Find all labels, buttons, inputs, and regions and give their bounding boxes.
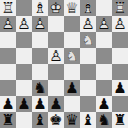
black-piece-glyph: ♟ bbox=[16, 96, 32, 112]
square-e2[interactable] bbox=[48, 16, 64, 32]
piece-black-pawn[interactable]: ♟ bbox=[96, 96, 112, 112]
white-piece-outline-glyph: ♕ bbox=[64, 0, 80, 16]
square-g6[interactable] bbox=[16, 80, 32, 96]
white-piece-outline-glyph: ♙ bbox=[32, 16, 48, 32]
piece-white-pawn[interactable]: ♟♙ bbox=[112, 16, 128, 32]
black-piece-glyph: ♟ bbox=[112, 80, 128, 96]
square-c1[interactable]: ♝♗ bbox=[80, 0, 96, 16]
square-h5[interactable] bbox=[0, 64, 16, 80]
black-piece-glyph: ♝ bbox=[32, 112, 48, 128]
square-c6[interactable] bbox=[80, 80, 96, 96]
white-piece-outline-glyph: ♙ bbox=[0, 16, 16, 32]
square-h8[interactable]: ♜ bbox=[0, 112, 16, 128]
piece-white-pawn[interactable]: ♟♙ bbox=[48, 48, 64, 64]
square-a5[interactable] bbox=[112, 64, 128, 80]
square-d3[interactable] bbox=[64, 32, 80, 48]
square-g8[interactable] bbox=[16, 112, 32, 128]
black-piece-glyph: ♛ bbox=[64, 112, 80, 128]
square-h2[interactable]: ♟♙ bbox=[0, 16, 16, 32]
piece-black-rook[interactable]: ♜ bbox=[112, 112, 128, 128]
piece-black-pawn[interactable]: ♟ bbox=[112, 80, 128, 96]
square-f6[interactable]: ♞ bbox=[32, 80, 48, 96]
square-e5[interactable] bbox=[48, 64, 64, 80]
square-a8[interactable]: ♜ bbox=[112, 112, 128, 128]
piece-black-bishop[interactable]: ♝ bbox=[80, 112, 96, 128]
square-b6[interactable] bbox=[96, 80, 112, 96]
piece-white-bishop[interactable]: ♝♗ bbox=[32, 0, 48, 16]
square-d8[interactable]: ♛ bbox=[64, 112, 80, 128]
white-piece-outline-glyph: ♙ bbox=[112, 16, 128, 32]
square-a6[interactable]: ♟ bbox=[112, 80, 128, 96]
square-d2[interactable] bbox=[64, 16, 80, 32]
piece-black-pawn[interactable]: ♟ bbox=[16, 96, 32, 112]
square-e1[interactable]: ♚♔ bbox=[48, 0, 64, 16]
piece-black-knight[interactable]: ♞ bbox=[96, 112, 112, 128]
piece-black-pawn[interactable]: ♟ bbox=[48, 96, 64, 112]
square-e3[interactable] bbox=[48, 32, 64, 48]
square-c7[interactable] bbox=[80, 96, 96, 112]
square-e6[interactable] bbox=[48, 80, 64, 96]
piece-white-pawn[interactable]: ♟♙ bbox=[96, 16, 112, 32]
square-g7[interactable]: ♟ bbox=[16, 96, 32, 112]
black-piece-glyph: ♚ bbox=[48, 112, 64, 128]
square-b8[interactable]: ♞ bbox=[96, 112, 112, 128]
piece-white-rook[interactable]: ♜♖ bbox=[0, 0, 16, 16]
piece-black-pawn[interactable]: ♟ bbox=[0, 96, 16, 112]
white-piece-outline-glyph: ♖ bbox=[0, 0, 16, 16]
square-b2[interactable]: ♟♙ bbox=[96, 16, 112, 32]
piece-white-rook[interactable]: ♜♖ bbox=[112, 0, 128, 16]
square-e8[interactable]: ♚ bbox=[48, 112, 64, 128]
square-b1[interactable] bbox=[96, 0, 112, 16]
square-c4[interactable] bbox=[80, 48, 96, 64]
square-b7[interactable]: ♟ bbox=[96, 96, 112, 112]
square-f7[interactable]: ♟ bbox=[32, 96, 48, 112]
square-e4[interactable]: ♟♙ bbox=[48, 48, 64, 64]
white-piece-outline-glyph: ♔ bbox=[48, 0, 64, 16]
square-f4[interactable] bbox=[32, 48, 48, 64]
black-piece-glyph: ♟ bbox=[64, 80, 80, 96]
square-d7[interactable] bbox=[64, 96, 80, 112]
square-c3[interactable]: ♞♘ bbox=[80, 32, 96, 48]
black-piece-glyph: ♝ bbox=[80, 112, 96, 128]
square-a7[interactable] bbox=[112, 96, 128, 112]
square-e7[interactable]: ♟ bbox=[48, 96, 64, 112]
square-h7[interactable]: ♟ bbox=[0, 96, 16, 112]
piece-white-king[interactable]: ♚♔ bbox=[48, 0, 64, 16]
square-g3[interactable] bbox=[16, 32, 32, 48]
square-a2[interactable]: ♟♙ bbox=[112, 16, 128, 32]
piece-black-knight[interactable]: ♞ bbox=[32, 80, 48, 96]
black-piece-glyph: ♟ bbox=[32, 96, 48, 112]
black-piece-glyph: ♜ bbox=[0, 112, 16, 128]
square-f8[interactable]: ♝ bbox=[32, 112, 48, 128]
square-g4[interactable] bbox=[16, 48, 32, 64]
square-d1[interactable]: ♛♕ bbox=[64, 0, 80, 16]
piece-white-bishop[interactable]: ♝♗ bbox=[80, 0, 96, 16]
square-c5[interactable] bbox=[80, 64, 96, 80]
square-b3[interactable] bbox=[96, 32, 112, 48]
piece-black-rook[interactable]: ♜ bbox=[0, 112, 16, 128]
square-a3[interactable] bbox=[112, 32, 128, 48]
white-piece-outline-glyph: ♗ bbox=[80, 0, 96, 16]
square-c8[interactable]: ♝ bbox=[80, 112, 96, 128]
black-piece-glyph: ♟ bbox=[48, 96, 64, 112]
black-piece-glyph: ♟ bbox=[0, 96, 16, 112]
piece-white-pawn[interactable]: ♟♙ bbox=[80, 16, 96, 32]
piece-black-king[interactable]: ♚ bbox=[48, 112, 64, 128]
piece-white-knight[interactable]: ♞♘ bbox=[80, 32, 96, 48]
square-h3[interactable] bbox=[0, 32, 16, 48]
white-piece-outline-glyph: ♖ bbox=[112, 0, 128, 16]
white-piece-outline-glyph: ♙ bbox=[48, 48, 64, 64]
square-b4[interactable] bbox=[96, 48, 112, 64]
black-piece-glyph: ♜ bbox=[112, 112, 128, 128]
piece-white-queen[interactable]: ♛♕ bbox=[64, 0, 80, 16]
piece-black-pawn[interactable]: ♟ bbox=[32, 96, 48, 112]
piece-black-queen[interactable]: ♛ bbox=[64, 112, 80, 128]
white-piece-outline-glyph: ♘ bbox=[64, 48, 80, 64]
square-d5[interactable] bbox=[64, 64, 80, 80]
white-piece-outline-glyph: ♙ bbox=[96, 16, 112, 32]
piece-white-pawn[interactable]: ♟♙ bbox=[32, 16, 48, 32]
black-piece-glyph: ♟ bbox=[96, 96, 112, 112]
square-h6[interactable] bbox=[0, 80, 16, 96]
square-f1[interactable]: ♝♗ bbox=[32, 0, 48, 16]
square-b5[interactable] bbox=[96, 64, 112, 80]
square-f3[interactable] bbox=[32, 32, 48, 48]
piece-black-pawn[interactable]: ♟ bbox=[64, 80, 80, 96]
square-g1[interactable] bbox=[16, 0, 32, 16]
square-a4[interactable] bbox=[112, 48, 128, 64]
white-piece-outline-glyph: ♘ bbox=[80, 32, 96, 48]
square-h4[interactable] bbox=[0, 48, 16, 64]
white-piece-outline-glyph: ♙ bbox=[80, 16, 96, 32]
black-piece-glyph: ♞ bbox=[32, 80, 48, 96]
square-f2[interactable]: ♟♙ bbox=[32, 16, 48, 32]
black-piece-glyph: ♞ bbox=[96, 112, 112, 128]
square-d6[interactable]: ♟ bbox=[64, 80, 80, 96]
square-g5[interactable] bbox=[16, 64, 32, 80]
piece-white-knight[interactable]: ♞♘ bbox=[64, 48, 80, 64]
square-f5[interactable] bbox=[32, 64, 48, 80]
white-piece-outline-glyph: ♗ bbox=[32, 0, 48, 16]
square-g2[interactable]: ♟♙ bbox=[16, 16, 32, 32]
square-c2[interactable]: ♟♙ bbox=[80, 16, 96, 32]
square-d4[interactable]: ♞♘ bbox=[64, 48, 80, 64]
piece-black-bishop[interactable]: ♝ bbox=[32, 112, 48, 128]
chess-board: ♜♖♝♗♚♔♛♕♝♗♜♖♟♙♟♙♟♙♟♙♟♙♟♙♞♘♟♙♞♘♞♟♟♟♟♟♟♟♜♝… bbox=[0, 0, 128, 128]
piece-white-pawn[interactable]: ♟♙ bbox=[16, 16, 32, 32]
square-h1[interactable]: ♜♖ bbox=[0, 0, 16, 16]
square-a1[interactable]: ♜♖ bbox=[112, 0, 128, 16]
white-piece-outline-glyph: ♙ bbox=[16, 16, 32, 32]
piece-white-pawn[interactable]: ♟♙ bbox=[0, 16, 16, 32]
